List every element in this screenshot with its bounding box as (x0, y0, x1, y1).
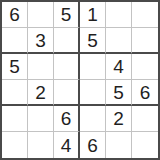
cell-r6c3[interactable]: 4 (54, 132, 80, 158)
cell-r1c4[interactable]: 1 (80, 2, 106, 28)
cell-r3c1[interactable]: 5 (2, 54, 28, 80)
cell-r6c1[interactable] (2, 132, 28, 158)
cell-r4c6[interactable]: 6 (132, 80, 158, 106)
cell-r2c4[interactable]: 5 (80, 28, 106, 54)
cell-r3c5[interactable]: 4 (106, 54, 132, 80)
cell-r4c4[interactable] (80, 80, 106, 106)
cell-r1c1[interactable]: 6 (2, 2, 28, 28)
cell-r6c2[interactable] (28, 132, 54, 158)
cell-r1c2[interactable] (28, 2, 54, 28)
cell-r2c1[interactable] (2, 28, 28, 54)
cell-r2c2[interactable]: 3 (28, 28, 54, 54)
cell-r4c5[interactable]: 5 (106, 80, 132, 106)
cell-r4c2[interactable]: 2 (28, 80, 54, 106)
cell-r4c3[interactable] (54, 80, 80, 106)
cell-r3c2[interactable] (28, 54, 54, 80)
cell-r3c3[interactable] (54, 54, 80, 80)
cell-r5c5[interactable]: 2 (106, 106, 132, 132)
cell-r6c5[interactable] (106, 132, 132, 158)
sudoku-board: 6 5 1 3 5 5 4 2 5 6 6 2 4 6 (0, 0, 160, 160)
cell-r5c1[interactable] (2, 106, 28, 132)
cell-r2c5[interactable] (106, 28, 132, 54)
cell-r5c4[interactable] (80, 106, 106, 132)
cell-r3c6[interactable] (132, 54, 158, 80)
cell-r1c3[interactable]: 5 (54, 2, 80, 28)
cell-r4c1[interactable] (2, 80, 28, 106)
cell-r6c4[interactable]: 6 (80, 132, 106, 158)
cell-r2c3[interactable] (54, 28, 80, 54)
cell-r5c3[interactable]: 6 (54, 106, 80, 132)
cell-r2c6[interactable] (132, 28, 158, 54)
cell-r1c6[interactable] (132, 2, 158, 28)
cell-r5c6[interactable] (132, 106, 158, 132)
cell-r6c6[interactable] (132, 132, 158, 158)
cell-r5c2[interactable] (28, 106, 54, 132)
cell-r3c4[interactable] (80, 54, 106, 80)
cell-r1c5[interactable] (106, 2, 132, 28)
